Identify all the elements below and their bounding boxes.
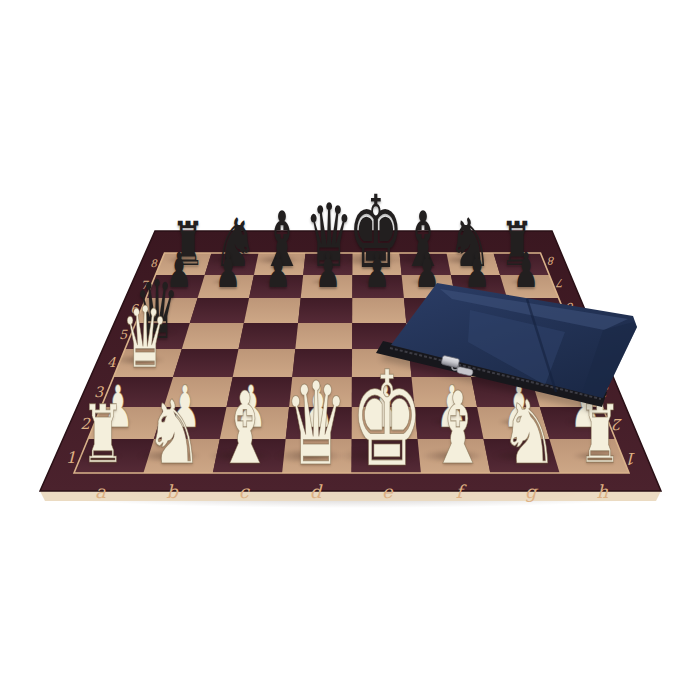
black-pawn-c7: ♟: [265, 246, 291, 294]
white-bishop-f1: ♝: [429, 379, 486, 479]
chess-set-photo: abcdefgh1122334455667788 ♜♞♝♛♚♝♞♜♟♟♟♟♟♟♟…: [0, 0, 700, 700]
white-rook-a1: ♜: [81, 395, 124, 475]
white-knight-g1: ♞: [500, 389, 558, 477]
white-queen-a4: ♛: [121, 295, 168, 380]
white-knight-b1: ♞: [145, 389, 203, 477]
white-rook-h1: ♜: [578, 395, 621, 475]
black-pawn-h7: ♟: [513, 246, 539, 294]
white-queen-d1: ♛: [284, 367, 348, 482]
pieces-layer: ♜♞♝♛♚♝♞♜♟♟♟♟♟♟♟♟♛♛♟♟♟♟♟♟♟♟♜♞♝♛♚♝♞♜: [0, 0, 700, 700]
black-pawn-f7: ♟: [414, 246, 440, 294]
black-pawn-d7: ♟: [314, 246, 340, 294]
black-pawn-b7: ♟: [215, 246, 241, 294]
black-pawn-e7: ♟: [364, 246, 390, 294]
black-pawn-g7: ♟: [464, 246, 490, 294]
white-king-e1: ♚: [350, 353, 423, 485]
white-bishop-c1: ♝: [216, 379, 273, 479]
